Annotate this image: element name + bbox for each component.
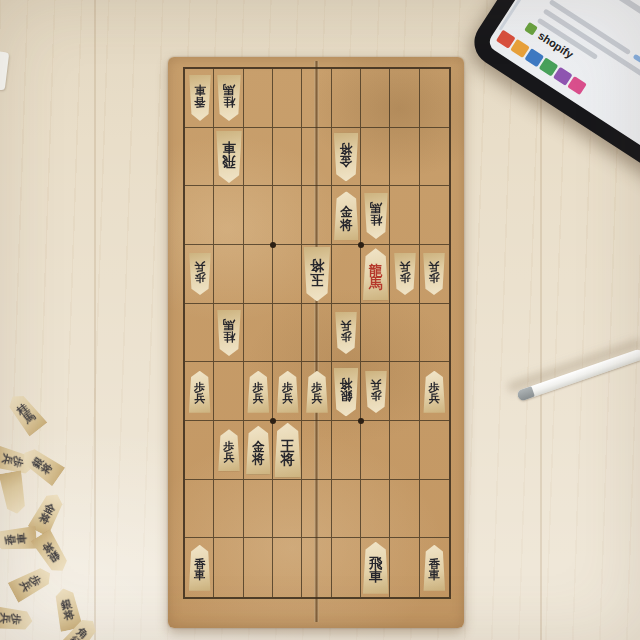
board-cell <box>273 69 302 128</box>
captured-piece: 桂馬 <box>4 389 48 436</box>
captured-piece: 香車 <box>0 526 37 553</box>
desk-scene: shopify 香車桂馬飛車金将金将桂馬歩兵玉将龍馬歩兵歩兵桂馬歩兵歩兵歩兵歩兵… <box>0 0 640 640</box>
hoshi-point <box>358 418 364 424</box>
piece-kanji: 将 <box>340 218 353 230</box>
shogi-piece-sente-pawn: 歩兵 <box>306 371 328 413</box>
hoshi-point <box>270 242 276 248</box>
shogi-piece-gote-pawn: 歩兵 <box>365 371 387 413</box>
board-cell <box>185 480 214 539</box>
color-strip-swatch <box>567 76 587 95</box>
board-cell <box>361 304 390 363</box>
board-cell <box>302 69 331 128</box>
captured-piece: 歩兵 <box>0 605 34 632</box>
piece-kanji: 歩 <box>400 272 411 283</box>
shogi-piece-sente-pawn: 歩兵 <box>189 371 211 413</box>
shopify-icon <box>524 22 538 36</box>
board-cell <box>273 128 302 187</box>
hoshi-point <box>270 418 276 424</box>
piece-kanji: 兵 <box>400 261 411 272</box>
shogi-piece-gote-lance: 香車 <box>189 75 211 121</box>
piece-kanji: 馬 <box>223 319 235 331</box>
piece-kanji: 兵 <box>0 452 13 465</box>
shogi-piece-gote-pawn: 歩兵 <box>335 312 357 354</box>
board-cell <box>390 538 419 597</box>
piece-kanji: 将 <box>252 453 265 465</box>
piece-kanji: 兵 <box>253 394 264 405</box>
paper-sliver <box>0 52 9 91</box>
board-cell <box>214 480 243 539</box>
board-cell <box>420 304 449 363</box>
board-cell <box>244 538 273 597</box>
board-cell <box>390 186 419 245</box>
board-cell <box>273 304 302 363</box>
shogi-piece-sente-promoted-bishop: 龍馬 <box>363 248 389 300</box>
shogi-piece-gote-pawn: 歩兵 <box>394 253 416 295</box>
shogi-piece-sente-king: 王将 <box>274 423 301 478</box>
shogi-piece-gote-knight: 桂馬 <box>364 193 388 239</box>
board-cell <box>390 128 419 187</box>
piece-kanji: 兵 <box>312 394 323 405</box>
piece-kanji: 将 <box>37 512 52 527</box>
board-cell <box>332 69 361 128</box>
piece-kanji: 歩 <box>194 272 205 283</box>
piece-kanji: 馬 <box>369 277 383 290</box>
shogi-piece-gote-pawn: 歩兵 <box>189 253 211 295</box>
board-cell <box>390 362 419 421</box>
board-cell <box>420 186 449 245</box>
board-cell <box>214 538 243 597</box>
tablet-screen: shopify <box>486 0 640 355</box>
board-cell <box>302 480 331 539</box>
text-line-placeholder <box>584 0 640 28</box>
piece-kanji: 玉 <box>310 272 324 286</box>
shogi-piece-sente-pawn: 歩兵 <box>218 429 240 471</box>
piece-kanji: 兵 <box>0 612 10 624</box>
shogi-piece-gote-knight: 桂馬 <box>217 75 241 121</box>
shogi-piece-gote-king: 玉将 <box>304 247 331 302</box>
board-cell <box>332 538 361 597</box>
board-cell <box>214 362 243 421</box>
captured-piece <box>0 470 28 515</box>
board-cell <box>420 128 449 187</box>
piece-kanji: 兵 <box>429 394 440 405</box>
shogi-piece-gote-silver: 銀将 <box>334 367 359 416</box>
shogi-board: 香車桂馬飛車金将金将桂馬歩兵玉将龍馬歩兵歩兵桂馬歩兵歩兵歩兵歩兵歩兵銀将歩兵歩兵… <box>168 57 464 628</box>
board-cell <box>420 69 449 128</box>
piece-kanji: 馬 <box>370 201 382 213</box>
board-cell <box>420 480 449 539</box>
board-cell <box>244 480 273 539</box>
piece-kanji: 将 <box>40 462 55 477</box>
captured-piece: 歩兵 <box>8 563 56 603</box>
shogi-piece-sente-lance: 香車 <box>189 545 211 591</box>
piece-kanji: 馬 <box>22 411 37 426</box>
board-cell <box>244 186 273 245</box>
board-cell <box>185 128 214 187</box>
shogi-piece-gote-rook: 飛車 <box>216 131 242 183</box>
board-cell <box>332 421 361 480</box>
board-cell <box>390 480 419 539</box>
piece-kanji: 桂 <box>223 331 235 343</box>
board-cell <box>273 538 302 597</box>
board-cell <box>332 480 361 539</box>
piece-kanji: 馬 <box>223 84 235 96</box>
shogi-piece-gote-gold: 金将 <box>334 133 359 182</box>
shogi-piece-sente-rook: 飛車 <box>363 542 389 594</box>
piece-kanji: 将 <box>63 610 76 623</box>
piece-kanji: 兵 <box>429 261 440 272</box>
board-cell <box>302 538 331 597</box>
piece-kanji: 歩 <box>341 331 352 342</box>
piece-kanji: 将 <box>40 539 55 554</box>
board-cell <box>302 128 331 187</box>
board-cell <box>244 128 273 187</box>
board-cell <box>273 245 302 304</box>
board-cell <box>361 69 390 128</box>
shogi-piece-sente-pawn: 歩兵 <box>423 371 445 413</box>
piece-kanji: 歩 <box>429 272 440 283</box>
piece-kanji: 兵 <box>194 261 205 272</box>
board-cell <box>361 128 390 187</box>
shogi-piece-sente-gold: 金将 <box>246 426 271 475</box>
piece-kanji: 兵 <box>282 394 293 405</box>
board-cell <box>185 304 214 363</box>
piece-kanji: 車 <box>429 570 441 581</box>
board-cell <box>390 421 419 480</box>
board-cell <box>244 69 273 128</box>
shogi-piece-sente-pawn: 歩兵 <box>277 371 299 413</box>
piece-kanji: 兵 <box>370 378 381 389</box>
shogi-piece-sente-gold: 金将 <box>334 191 359 240</box>
piece-kanji: 将 <box>340 142 353 154</box>
piece-kanji: 将 <box>310 258 324 272</box>
piece-kanji: 香 <box>194 96 206 107</box>
board-cell <box>302 186 331 245</box>
board-cell <box>420 421 449 480</box>
board-cell <box>361 421 390 480</box>
board-cell <box>273 480 302 539</box>
piece-kanji: 車 <box>194 570 206 581</box>
hoshi-point <box>358 242 364 248</box>
board-cell <box>361 480 390 539</box>
board-cell <box>214 186 243 245</box>
piece-kanji: 車 <box>194 85 206 96</box>
piece-kanji: 車 <box>17 532 29 544</box>
piece-kanji: 将 <box>340 377 353 389</box>
board-cell <box>244 304 273 363</box>
board-cell <box>332 245 361 304</box>
tablet: shopify <box>465 0 640 376</box>
shogi-piece-sente-pawn: 歩兵 <box>247 371 269 413</box>
board-cell <box>185 421 214 480</box>
shogi-piece-sente-lance: 香車 <box>423 545 445 591</box>
piece-kanji: 兵 <box>18 579 33 594</box>
shogi-piece-gote-knight: 桂馬 <box>217 310 241 356</box>
board-cell <box>302 421 331 480</box>
shogi-piece-gote-pawn: 歩兵 <box>423 253 445 295</box>
piece-kanji: 飛 <box>222 155 236 168</box>
piece-kanji: 兵 <box>194 394 205 405</box>
piece-kanji: 将 <box>281 453 295 467</box>
board-cell <box>302 304 331 363</box>
board-grid: 香車桂馬飛車金将金将桂馬歩兵玉将龍馬歩兵歩兵桂馬歩兵歩兵歩兵歩兵歩兵銀将歩兵歩兵… <box>183 67 451 599</box>
board-cell <box>390 304 419 363</box>
piece-kanji: 桂 <box>223 96 235 108</box>
piece-kanji: 車 <box>222 141 236 154</box>
piece-kanji: 兵 <box>224 453 235 464</box>
piece-kanji: 兵 <box>341 320 352 331</box>
desk-plank-line <box>94 0 96 640</box>
board-cell <box>214 245 243 304</box>
piece-kanji: 車 <box>369 570 383 583</box>
board-cell <box>244 245 273 304</box>
board-cell <box>273 186 302 245</box>
board-cell <box>185 186 214 245</box>
board-cell <box>390 69 419 128</box>
